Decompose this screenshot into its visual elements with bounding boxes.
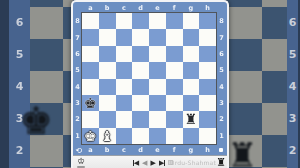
square-h1[interactable]	[199, 128, 216, 144]
square-a8[interactable]	[82, 13, 99, 29]
board-grid: ♚♜♚♝	[82, 13, 216, 144]
square-f2[interactable]	[166, 111, 183, 127]
square-c1[interactable]	[116, 128, 133, 144]
rank-label-3: 3	[216, 95, 227, 111]
square-g6[interactable]	[183, 46, 200, 62]
rank-label-7: 7	[73, 29, 82, 45]
watermark-text: Urdu-Shahmat	[170, 159, 216, 166]
step-forward-button[interactable]: ▶	[151, 159, 156, 167]
go-to-start-button[interactable]: ◀	[133, 159, 139, 167]
file-labels: abcdefgh	[82, 2, 216, 13]
square-c3[interactable]	[116, 95, 133, 111]
background-rank-label-4: 4	[287, 71, 298, 103]
rank-label-1: 1	[216, 128, 227, 144]
square-e6[interactable]	[149, 46, 166, 62]
rank-label-8: 8	[73, 13, 82, 29]
rank-label-2: 2	[216, 111, 227, 127]
rank-label-2: 2	[73, 111, 82, 127]
square-f6[interactable]	[166, 46, 183, 62]
square-a1[interactable]: ♚	[82, 128, 99, 144]
square-b6[interactable]	[99, 46, 116, 62]
square-b8[interactable]	[99, 13, 116, 29]
square-f4[interactable]	[166, 79, 183, 95]
square-h2[interactable]	[199, 111, 216, 127]
board-window: abcdefgh 87654321 87654321 ♚♜♚♝ abcdefgh…	[71, 0, 229, 168]
background-rank-label-6: 6	[287, 7, 298, 39]
background-squares-col	[262, 0, 289, 168]
rank-label-4: 4	[73, 79, 82, 95]
square-b1[interactable]: ♝	[99, 128, 116, 144]
background-black-king: ♚	[19, 102, 53, 140]
step-back-icon: ◀	[142, 159, 147, 167]
square-a5[interactable]	[82, 62, 99, 78]
square-d2[interactable]	[132, 111, 149, 127]
playback-toolbar: ♔ ◀◀▶▶ Urdu-Shahmat ♜	[73, 155, 227, 168]
rank-labels-left: 87654321	[73, 13, 82, 144]
square-g2[interactable]: ♜	[183, 111, 200, 127]
rank-label-4: 4	[216, 79, 227, 95]
square-d7[interactable]	[132, 29, 149, 45]
file-label-a: a	[82, 4, 99, 12]
logo-caption	[77, 166, 85, 168]
rank-label-5: 5	[216, 62, 227, 78]
file-label-e: e	[149, 4, 166, 12]
file-label-a: a	[82, 146, 99, 154]
file-label-g: g	[183, 4, 200, 12]
rank-label-3: 3	[73, 95, 82, 111]
square-c8[interactable]	[116, 13, 133, 29]
rank-label-6: 6	[73, 46, 82, 62]
white-king-logo-icon: ♔	[76, 156, 86, 166]
square-f8[interactable]	[166, 13, 183, 29]
file-label-f: f	[166, 146, 183, 154]
background-edge-right	[298, 0, 300, 168]
board-size-icon[interactable]	[219, 148, 223, 152]
bar-glyph	[164, 160, 165, 166]
file-label-f: f	[166, 4, 183, 12]
square-h3[interactable]	[199, 95, 216, 111]
square-h8[interactable]	[199, 13, 216, 29]
square-c2[interactable]	[116, 111, 133, 127]
go-to-end-button[interactable]: ▶	[159, 159, 165, 167]
square-d8[interactable]	[132, 13, 149, 29]
square-e3[interactable]	[149, 95, 166, 111]
square-g1[interactable]	[183, 128, 200, 144]
square-h5[interactable]	[199, 62, 216, 78]
background-edge-left	[0, 0, 9, 168]
background-board-right: 65432 ♜	[229, 0, 300, 168]
file-label-h: h	[199, 146, 216, 154]
chess-video-frame: 65432 ♚ 65432 ♜ abcdefgh 87654321 876543…	[0, 0, 300, 168]
background-rank-label-3: 3	[287, 103, 298, 135]
square-f1[interactable]	[166, 128, 183, 144]
rank-label-1: 1	[73, 128, 82, 144]
background-rank-label-2: 2	[287, 135, 298, 167]
square-a2[interactable]	[82, 111, 99, 127]
square-g4[interactable]	[183, 79, 200, 95]
square-b4[interactable]	[99, 79, 116, 95]
file-label-h: h	[199, 4, 216, 12]
file-label-d: d	[132, 4, 149, 12]
square-c4[interactable]	[116, 79, 133, 95]
app-logo: ♔	[76, 156, 86, 168]
square-b2[interactable]	[99, 111, 116, 127]
go-to-start-icon: ◀	[134, 159, 139, 167]
black-rook-watermark-icon: ♜	[216, 157, 226, 168]
square-f3[interactable]	[166, 95, 183, 111]
square-d3[interactable]	[132, 95, 149, 111]
square-d6[interactable]	[132, 46, 149, 62]
square-b7[interactable]	[99, 29, 116, 45]
square-e2[interactable]	[149, 111, 166, 127]
rank-label-5: 5	[73, 62, 82, 78]
square-h4[interactable]	[199, 79, 216, 95]
square-g3[interactable]	[183, 95, 200, 111]
square-a7[interactable]	[82, 29, 99, 45]
black-rook[interactable]: ♜	[185, 112, 198, 126]
square-b5[interactable]	[99, 62, 116, 78]
step-back-button[interactable]: ◀	[142, 159, 147, 167]
file-label-b: b	[99, 146, 116, 154]
file-label-b: b	[99, 4, 116, 12]
white-king[interactable]: ♚	[84, 129, 97, 143]
square-d1[interactable]	[132, 128, 149, 144]
rank-labels-right: 87654321	[216, 13, 227, 144]
background-board-left: 65432 ♚	[0, 0, 73, 168]
square-d4[interactable]	[132, 79, 149, 95]
black-king[interactable]: ♚	[84, 96, 97, 110]
square-a6[interactable]	[82, 46, 99, 62]
file-labels: abcdefgh	[82, 144, 216, 155]
square-e1[interactable]	[149, 128, 166, 144]
square-h6[interactable]	[199, 46, 216, 62]
file-label-g: g	[183, 146, 200, 154]
square-b3[interactable]	[99, 95, 116, 111]
square-e7[interactable]	[149, 29, 166, 45]
square-g8[interactable]	[183, 13, 200, 29]
white-bishop[interactable]: ♝	[101, 129, 114, 143]
square-a3[interactable]: ♚	[82, 95, 99, 111]
square-c7[interactable]	[116, 29, 133, 45]
file-label-c: c	[116, 4, 133, 12]
square-f7[interactable]	[166, 29, 183, 45]
square-h7[interactable]	[199, 29, 216, 45]
square-d5[interactable]	[132, 62, 149, 78]
square-g7[interactable]	[183, 29, 200, 45]
square-e4[interactable]	[149, 79, 166, 95]
square-c5[interactable]	[116, 62, 133, 78]
background-rank-label-6: 6	[9, 7, 30, 39]
background-rank-label-5: 5	[287, 39, 298, 71]
step-forward-icon: ▶	[151, 159, 156, 167]
rank-label-8: 8	[216, 13, 227, 29]
rank-label-7: 7	[216, 29, 227, 45]
file-label-d: d	[132, 146, 149, 154]
square-g5[interactable]	[183, 62, 200, 78]
square-c6[interactable]	[116, 46, 133, 62]
background-black-rook: ♜	[227, 136, 257, 168]
background-rank-labels-right: 65432	[287, 0, 298, 168]
file-label-e: e	[149, 146, 166, 154]
square-f5[interactable]	[166, 62, 183, 78]
file-label-c: c	[116, 146, 133, 154]
square-e5[interactable]	[149, 62, 166, 78]
square-e8[interactable]	[149, 13, 166, 29]
rank-label-6: 6	[216, 46, 227, 62]
square-a4[interactable]	[82, 79, 99, 95]
background-rank-label-5: 5	[9, 39, 30, 71]
